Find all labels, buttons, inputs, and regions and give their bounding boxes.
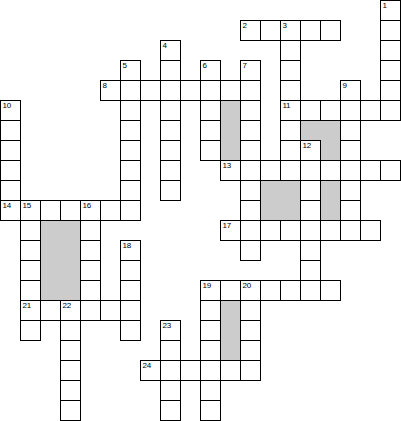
- shaded-block: [220, 100, 241, 161]
- cell[interactable]: [320, 220, 341, 241]
- cell[interactable]: [300, 20, 321, 41]
- cell[interactable]: [220, 360, 241, 381]
- cell[interactable]: 5: [120, 60, 141, 81]
- cell[interactable]: [240, 220, 261, 241]
- cell[interactable]: [260, 160, 281, 181]
- cell[interactable]: [240, 300, 261, 321]
- clue-number: 14: [3, 202, 11, 210]
- clue-number: 9: [343, 82, 347, 90]
- cell[interactable]: [140, 80, 161, 101]
- cell[interactable]: 9: [340, 80, 361, 101]
- cell[interactable]: [360, 160, 381, 181]
- cell[interactable]: [200, 100, 221, 121]
- cell[interactable]: [380, 160, 401, 181]
- clue-number: 18: [123, 242, 131, 250]
- clue-number: 12: [303, 142, 311, 150]
- cell[interactable]: [120, 120, 141, 141]
- cell[interactable]: [120, 260, 141, 281]
- cell[interactable]: [120, 100, 141, 121]
- cell[interactable]: [340, 160, 361, 181]
- cell[interactable]: [240, 320, 261, 341]
- cell[interactable]: [200, 140, 221, 161]
- cell[interactable]: [180, 360, 201, 381]
- cell[interactable]: [300, 100, 321, 121]
- cell[interactable]: 20: [240, 280, 261, 301]
- cell[interactable]: [160, 120, 181, 141]
- cell[interactable]: [280, 60, 301, 81]
- clue-number: 15: [23, 202, 31, 210]
- cell[interactable]: [320, 160, 341, 181]
- clue-number: 11: [283, 102, 291, 110]
- cell[interactable]: [240, 100, 261, 121]
- cell[interactable]: [80, 300, 101, 321]
- cell[interactable]: [340, 100, 361, 121]
- cell[interactable]: [0, 160, 21, 181]
- cell[interactable]: [0, 120, 21, 141]
- clue-number: 8: [103, 82, 107, 90]
- cell[interactable]: [100, 300, 121, 321]
- cell[interactable]: [300, 160, 321, 181]
- cell[interactable]: [20, 240, 41, 261]
- cell[interactable]: 3: [280, 20, 301, 41]
- cell[interactable]: [280, 280, 301, 301]
- cell[interactable]: [300, 240, 321, 261]
- cell[interactable]: [120, 160, 141, 181]
- cell[interactable]: [280, 160, 301, 181]
- cell[interactable]: [120, 320, 141, 341]
- cell[interactable]: [180, 80, 201, 101]
- cell[interactable]: [240, 120, 261, 141]
- cell[interactable]: [260, 20, 281, 41]
- clue-number: 1: [383, 2, 387, 10]
- clue-number: 7: [243, 62, 247, 70]
- cell[interactable]: [340, 200, 361, 221]
- shaded-block: [220, 300, 241, 361]
- cell[interactable]: [40, 300, 61, 321]
- cell[interactable]: 23: [160, 320, 181, 341]
- cell[interactable]: [60, 380, 81, 401]
- cell[interactable]: [200, 320, 221, 341]
- cell[interactable]: 8: [100, 80, 121, 101]
- cell[interactable]: [280, 80, 301, 101]
- cell[interactable]: [80, 260, 101, 281]
- cell[interactable]: [280, 140, 301, 161]
- cell[interactable]: 14: [0, 200, 21, 221]
- cell[interactable]: [120, 300, 141, 321]
- clue-number: 2: [243, 22, 247, 30]
- cell[interactable]: [300, 180, 321, 201]
- cell[interactable]: [200, 300, 221, 321]
- cell[interactable]: [300, 220, 321, 241]
- shaded-block: [40, 220, 81, 301]
- cell[interactable]: [340, 180, 361, 201]
- cell[interactable]: [340, 140, 361, 161]
- shaded-block: [320, 180, 341, 221]
- cell[interactable]: [200, 400, 221, 421]
- cell[interactable]: [160, 160, 181, 181]
- cell[interactable]: 1: [380, 0, 401, 21]
- clue-number: 22: [63, 302, 71, 310]
- cell[interactable]: [380, 60, 401, 81]
- cell[interactable]: [280, 220, 301, 241]
- cell[interactable]: [320, 100, 341, 121]
- cell[interactable]: [320, 280, 341, 301]
- cell[interactable]: 19: [200, 280, 221, 301]
- cell[interactable]: [340, 120, 361, 141]
- cell[interactable]: [200, 120, 221, 141]
- cell[interactable]: 16: [80, 200, 101, 221]
- cell[interactable]: [20, 320, 41, 341]
- cell[interactable]: [240, 180, 261, 201]
- cell[interactable]: [220, 80, 241, 101]
- cell[interactable]: [60, 320, 81, 341]
- cell[interactable]: 10: [0, 100, 21, 121]
- cell[interactable]: [160, 140, 181, 161]
- cell[interactable]: [120, 180, 141, 201]
- cell[interactable]: [240, 360, 261, 381]
- clue-number: 19: [203, 282, 211, 290]
- clue-number: 6: [203, 62, 207, 70]
- cell[interactable]: [120, 80, 141, 101]
- cell[interactable]: 22: [60, 300, 81, 321]
- cell[interactable]: [160, 360, 181, 381]
- clue-number: 3: [283, 22, 287, 30]
- cell[interactable]: [260, 280, 281, 301]
- cell[interactable]: [300, 200, 321, 221]
- cell[interactable]: [200, 380, 221, 401]
- cell[interactable]: [360, 100, 381, 121]
- cell[interactable]: [60, 360, 81, 381]
- cell[interactable]: 18: [120, 240, 141, 261]
- cell[interactable]: [380, 40, 401, 61]
- cell[interactable]: [100, 200, 121, 221]
- cell[interactable]: [160, 100, 181, 121]
- clue-number: 24: [143, 362, 151, 370]
- cell[interactable]: 15: [20, 200, 41, 221]
- cell[interactable]: [340, 220, 361, 241]
- cell[interactable]: [260, 220, 281, 241]
- cell[interactable]: [60, 400, 81, 421]
- clue-number: 13: [223, 162, 231, 170]
- shaded-block: [320, 120, 341, 161]
- cell[interactable]: [320, 20, 341, 41]
- cell[interactable]: [360, 220, 381, 241]
- cell[interactable]: 4: [160, 40, 181, 61]
- clue-number: 4: [163, 42, 167, 50]
- cell[interactable]: [20, 280, 41, 301]
- clue-number: 16: [83, 202, 91, 210]
- cell[interactable]: [240, 80, 261, 101]
- cell[interactable]: [380, 20, 401, 41]
- cell[interactable]: [300, 260, 321, 281]
- cell[interactable]: [280, 120, 301, 141]
- cell[interactable]: [120, 200, 141, 221]
- cell[interactable]: [240, 340, 261, 361]
- cell[interactable]: [240, 140, 261, 161]
- cell[interactable]: [160, 400, 181, 421]
- clue-number: 5: [123, 62, 127, 70]
- cell[interactable]: [0, 140, 21, 161]
- cell[interactable]: [220, 280, 241, 301]
- cell[interactable]: 2: [240, 20, 261, 41]
- cell[interactable]: [160, 380, 181, 401]
- cell[interactable]: 12: [300, 140, 321, 161]
- cell[interactable]: 7: [240, 60, 261, 81]
- cell[interactable]: [80, 240, 101, 261]
- cell[interactable]: [40, 200, 61, 221]
- cell[interactable]: [80, 280, 101, 301]
- shaded-block: [260, 180, 301, 221]
- cell[interactable]: [0, 180, 21, 201]
- cell[interactable]: 17: [220, 220, 241, 241]
- cell[interactable]: [120, 140, 141, 161]
- cell[interactable]: [160, 340, 181, 361]
- cell[interactable]: [160, 80, 181, 101]
- crossword-board: 123456789101112131415161718192021222324: [0, 0, 401, 421]
- cell[interactable]: 21: [20, 300, 41, 321]
- cell[interactable]: [60, 200, 81, 221]
- cell[interactable]: [240, 160, 261, 181]
- cell[interactable]: [200, 360, 221, 381]
- cell[interactable]: [20, 260, 41, 281]
- clue-number: 17: [223, 222, 231, 230]
- cell[interactable]: [160, 180, 181, 201]
- cell[interactable]: [120, 280, 141, 301]
- cell[interactable]: [160, 60, 181, 81]
- clue-number: 10: [3, 102, 11, 110]
- cell[interactable]: [300, 280, 321, 301]
- clue-number: 23: [163, 322, 171, 330]
- cell[interactable]: [200, 340, 221, 361]
- clue-number: 21: [23, 302, 31, 310]
- cell[interactable]: 6: [200, 60, 221, 81]
- cell[interactable]: [380, 80, 401, 101]
- cell[interactable]: [240, 200, 261, 221]
- cell[interactable]: [280, 40, 301, 61]
- cell[interactable]: [60, 340, 81, 361]
- cell[interactable]: 24: [140, 360, 161, 381]
- cell[interactable]: [80, 220, 101, 241]
- cell[interactable]: [200, 80, 221, 101]
- cell[interactable]: [20, 220, 41, 241]
- clue-number: 20: [243, 282, 251, 290]
- cell[interactable]: 11: [280, 100, 301, 121]
- cell[interactable]: 13: [220, 160, 241, 181]
- cell[interactable]: [240, 240, 261, 261]
- cell[interactable]: [380, 100, 401, 121]
